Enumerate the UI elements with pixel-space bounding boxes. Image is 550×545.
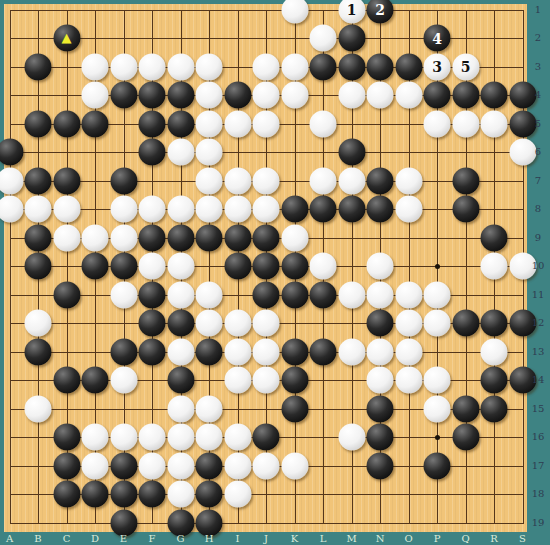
go-app: 12▲435 ABCDEFGHIJKLMNOPQRS12345678910111… <box>0 0 550 545</box>
black-stone-K8[interactable] <box>281 196 308 223</box>
white-stone-I7[interactable] <box>224 167 251 194</box>
black-stone-M3[interactable] <box>338 53 365 80</box>
black-stone-Q8[interactable] <box>452 196 479 223</box>
white-stone-J14[interactable] <box>253 367 280 394</box>
column-label-Q: Q <box>456 533 476 544</box>
white-stone-G13[interactable] <box>167 338 194 365</box>
white-stone-B12[interactable] <box>25 310 52 337</box>
white-stone-J8[interactable] <box>253 196 280 223</box>
white-stone-B8[interactable] <box>25 196 52 223</box>
black-stone-E18[interactable] <box>110 481 137 508</box>
black-stone-K13[interactable] <box>281 338 308 365</box>
row-label-13: 13 <box>529 346 547 357</box>
black-stone-O3[interactable] <box>395 53 422 80</box>
white-stone-J7[interactable] <box>253 167 280 194</box>
black-stone-N16[interactable] <box>367 424 394 451</box>
column-label-L: L <box>313 533 333 544</box>
white-stone-D16[interactable] <box>82 424 109 451</box>
column-label-C: C <box>57 533 77 544</box>
white-stone-L5[interactable] <box>310 110 337 137</box>
white-stone-H4[interactable] <box>196 82 223 109</box>
white-stone-Q3[interactable]: 5 <box>452 53 479 80</box>
black-stone-B9[interactable] <box>25 224 52 251</box>
black-stone-M6[interactable] <box>338 139 365 166</box>
white-stone-H8[interactable] <box>196 196 223 223</box>
black-stone-M2[interactable] <box>338 25 365 52</box>
row-label-19: 19 <box>529 517 547 528</box>
star-point <box>435 264 440 269</box>
black-stone-C2[interactable]: ▲ <box>53 25 80 52</box>
black-stone-C11[interactable] <box>53 281 80 308</box>
row-label-3: 3 <box>529 61 547 72</box>
black-stone-N3[interactable] <box>367 53 394 80</box>
black-stone-B5[interactable] <box>25 110 52 137</box>
black-stone-I10[interactable] <box>224 253 251 280</box>
row-label-16: 16 <box>529 431 547 442</box>
column-label-N: N <box>370 533 390 544</box>
black-stone-C16[interactable] <box>53 424 80 451</box>
black-stone-N1[interactable]: 2 <box>367 0 394 23</box>
black-stone-K11[interactable] <box>281 281 308 308</box>
black-stone-R15[interactable] <box>481 395 508 422</box>
white-stone-A8[interactable] <box>0 196 23 223</box>
white-stone-A7[interactable] <box>0 167 23 194</box>
white-stone-P14[interactable] <box>424 367 451 394</box>
black-stone-G14[interactable] <box>167 367 194 394</box>
column-label-I: I <box>228 533 248 544</box>
black-stone-F6[interactable] <box>139 139 166 166</box>
white-stone-J12[interactable] <box>253 310 280 337</box>
white-stone-G6[interactable] <box>167 139 194 166</box>
white-stone-J5[interactable] <box>253 110 280 137</box>
black-stone-C17[interactable] <box>53 452 80 479</box>
white-stone-K17[interactable] <box>281 452 308 479</box>
black-stone-L3[interactable] <box>310 53 337 80</box>
black-stone-H19[interactable] <box>196 509 223 536</box>
black-stone-Q12[interactable] <box>452 310 479 337</box>
black-stone-N17[interactable] <box>367 452 394 479</box>
black-stone-F12[interactable] <box>139 310 166 337</box>
black-stone-B7[interactable] <box>25 167 52 194</box>
black-stone-E13[interactable] <box>110 338 137 365</box>
white-stone-O4[interactable] <box>395 82 422 109</box>
black-stone-L13[interactable] <box>310 338 337 365</box>
white-stone-E14[interactable] <box>110 367 137 394</box>
white-stone-H15[interactable] <box>196 395 223 422</box>
black-stone-N15[interactable] <box>367 395 394 422</box>
move-number: 2 <box>375 3 385 17</box>
black-stone-J10[interactable] <box>253 253 280 280</box>
row-label-15: 15 <box>529 403 547 414</box>
white-stone-I13[interactable] <box>224 338 251 365</box>
black-stone-Q4[interactable] <box>452 82 479 109</box>
column-label-H: H <box>199 533 219 544</box>
white-stone-G10[interactable] <box>167 253 194 280</box>
white-stone-J4[interactable] <box>253 82 280 109</box>
move-number: 1 <box>347 3 357 17</box>
white-stone-E16[interactable] <box>110 424 137 451</box>
column-label-P: P <box>427 533 447 544</box>
black-stone-P4[interactable] <box>424 82 451 109</box>
column-label-E: E <box>114 533 134 544</box>
black-stone-D10[interactable] <box>82 253 109 280</box>
black-stone-F9[interactable] <box>139 224 166 251</box>
white-stone-J17[interactable] <box>253 452 280 479</box>
white-stone-G15[interactable] <box>167 395 194 422</box>
black-stone-G12[interactable] <box>167 310 194 337</box>
row-label-11: 11 <box>529 289 547 300</box>
white-stone-M7[interactable] <box>338 167 365 194</box>
white-stone-K1[interactable] <box>281 0 308 23</box>
white-stone-G11[interactable] <box>167 281 194 308</box>
white-stone-N14[interactable] <box>367 367 394 394</box>
row-label-10: 10 <box>529 260 547 271</box>
white-stone-I8[interactable] <box>224 196 251 223</box>
white-stone-C9[interactable] <box>53 224 80 251</box>
black-stone-D18[interactable] <box>82 481 109 508</box>
black-stone-I4[interactable] <box>224 82 251 109</box>
white-stone-Q5[interactable] <box>452 110 479 137</box>
white-stone-N4[interactable] <box>367 82 394 109</box>
black-stone-B10[interactable] <box>25 253 52 280</box>
black-stone-R9[interactable] <box>481 224 508 251</box>
star-point <box>435 435 440 440</box>
white-stone-K3[interactable] <box>281 53 308 80</box>
white-stone-G3[interactable] <box>167 53 194 80</box>
white-stone-P11[interactable] <box>424 281 451 308</box>
white-stone-D17[interactable] <box>82 452 109 479</box>
white-stone-G17[interactable] <box>167 452 194 479</box>
white-stone-K9[interactable] <box>281 224 308 251</box>
column-label-M: M <box>342 533 362 544</box>
move-number: 5 <box>461 60 471 74</box>
black-stone-A6[interactable] <box>0 139 23 166</box>
white-stone-I18[interactable] <box>224 481 251 508</box>
black-stone-J16[interactable] <box>253 424 280 451</box>
black-stone-J11[interactable] <box>253 281 280 308</box>
column-label-G: G <box>171 533 191 544</box>
white-stone-P5[interactable] <box>424 110 451 137</box>
white-stone-C8[interactable] <box>53 196 80 223</box>
black-stone-L11[interactable] <box>310 281 337 308</box>
black-stone-K14[interactable] <box>281 367 308 394</box>
row-label-5: 5 <box>529 118 547 129</box>
white-stone-O8[interactable] <box>395 196 422 223</box>
black-stone-B13[interactable] <box>25 338 52 365</box>
white-stone-O12[interactable] <box>395 310 422 337</box>
black-stone-R14[interactable] <box>481 367 508 394</box>
white-stone-F17[interactable] <box>139 452 166 479</box>
white-stone-L10[interactable] <box>310 253 337 280</box>
black-stone-G4[interactable] <box>167 82 194 109</box>
black-stone-P2[interactable]: 4 <box>424 25 451 52</box>
white-stone-H7[interactable] <box>196 167 223 194</box>
black-stone-F4[interactable] <box>139 82 166 109</box>
white-stone-M16[interactable] <box>338 424 365 451</box>
white-stone-E11[interactable] <box>110 281 137 308</box>
white-stone-G8[interactable] <box>167 196 194 223</box>
row-label-4: 4 <box>529 89 547 100</box>
black-stone-N8[interactable] <box>367 196 394 223</box>
column-label-K: K <box>285 533 305 544</box>
black-stone-R4[interactable] <box>481 82 508 109</box>
white-stone-M1[interactable]: 1 <box>338 0 365 23</box>
black-stone-D5[interactable] <box>82 110 109 137</box>
white-stone-M11[interactable] <box>338 281 365 308</box>
row-label-7: 7 <box>529 175 547 186</box>
row-label-1: 1 <box>529 4 547 15</box>
black-stone-R12[interactable] <box>481 310 508 337</box>
row-label-2: 2 <box>529 32 547 43</box>
row-label-6: 6 <box>529 146 547 157</box>
black-stone-N7[interactable] <box>367 167 394 194</box>
black-stone-E17[interactable] <box>110 452 137 479</box>
black-stone-H13[interactable] <box>196 338 223 365</box>
row-label-8: 8 <box>529 203 547 214</box>
white-stone-L2[interactable] <box>310 25 337 52</box>
grid-line-horizontal <box>10 523 524 524</box>
white-stone-P3[interactable]: 3 <box>424 53 451 80</box>
black-stone-M8[interactable] <box>338 196 365 223</box>
black-stone-I9[interactable] <box>224 224 251 251</box>
white-stone-K4[interactable] <box>281 82 308 109</box>
white-stone-O7[interactable] <box>395 167 422 194</box>
white-stone-H11[interactable] <box>196 281 223 308</box>
white-stone-B15[interactable] <box>25 395 52 422</box>
white-stone-D4[interactable] <box>82 82 109 109</box>
black-stone-G5[interactable] <box>167 110 194 137</box>
white-stone-H5[interactable] <box>196 110 223 137</box>
white-stone-O13[interactable] <box>395 338 422 365</box>
black-stone-J9[interactable] <box>253 224 280 251</box>
black-stone-F5[interactable] <box>139 110 166 137</box>
column-label-O: O <box>399 533 419 544</box>
row-label-14: 14 <box>529 374 547 385</box>
black-stone-F11[interactable] <box>139 281 166 308</box>
black-stone-Q15[interactable] <box>452 395 479 422</box>
white-stone-O14[interactable] <box>395 367 422 394</box>
column-label-D: D <box>85 533 105 544</box>
black-stone-G9[interactable] <box>167 224 194 251</box>
black-stone-C14[interactable] <box>53 367 80 394</box>
black-stone-K10[interactable] <box>281 253 308 280</box>
white-stone-F16[interactable] <box>139 424 166 451</box>
row-label-18: 18 <box>529 488 547 499</box>
row-label-12: 12 <box>529 317 547 328</box>
white-stone-I17[interactable] <box>224 452 251 479</box>
white-stone-N11[interactable] <box>367 281 394 308</box>
white-stone-E8[interactable] <box>110 196 137 223</box>
black-stone-B3[interactable] <box>25 53 52 80</box>
move-number: 4 <box>432 31 442 45</box>
column-label-S: S <box>513 533 533 544</box>
black-stone-E7[interactable] <box>110 167 137 194</box>
white-stone-F3[interactable] <box>139 53 166 80</box>
white-stone-R5[interactable] <box>481 110 508 137</box>
white-stone-I12[interactable] <box>224 310 251 337</box>
black-stone-H18[interactable] <box>196 481 223 508</box>
black-stone-D14[interactable] <box>82 367 109 394</box>
black-stone-L8[interactable] <box>310 196 337 223</box>
white-stone-F8[interactable] <box>139 196 166 223</box>
black-stone-H9[interactable] <box>196 224 223 251</box>
row-label-17: 17 <box>529 460 547 471</box>
black-stone-C5[interactable] <box>53 110 80 137</box>
white-stone-H6[interactable] <box>196 139 223 166</box>
white-stone-E9[interactable] <box>110 224 137 251</box>
white-stone-D3[interactable] <box>82 53 109 80</box>
column-label-A: A <box>0 533 20 544</box>
black-stone-C18[interactable] <box>53 481 80 508</box>
white-stone-I16[interactable] <box>224 424 251 451</box>
triangle-marker: ▲ <box>62 31 72 44</box>
white-stone-P15[interactable] <box>424 395 451 422</box>
black-stone-P17[interactable] <box>424 452 451 479</box>
white-stone-N10[interactable] <box>367 253 394 280</box>
white-stone-M13[interactable] <box>338 338 365 365</box>
white-stone-O11[interactable] <box>395 281 422 308</box>
white-stone-L7[interactable] <box>310 167 337 194</box>
white-stone-R13[interactable] <box>481 338 508 365</box>
black-stone-N12[interactable] <box>367 310 394 337</box>
white-stone-M4[interactable] <box>338 82 365 109</box>
black-stone-H17[interactable] <box>196 452 223 479</box>
white-stone-G18[interactable] <box>167 481 194 508</box>
black-stone-C7[interactable] <box>53 167 80 194</box>
white-stone-I14[interactable] <box>224 367 251 394</box>
black-stone-F13[interactable] <box>139 338 166 365</box>
black-stone-E19[interactable] <box>110 509 137 536</box>
white-stone-F10[interactable] <box>139 253 166 280</box>
row-label-9: 9 <box>529 232 547 243</box>
black-stone-Q7[interactable] <box>452 167 479 194</box>
column-label-F: F <box>142 533 162 544</box>
white-stone-R10[interactable] <box>481 253 508 280</box>
white-stone-H12[interactable] <box>196 310 223 337</box>
white-stone-H16[interactable] <box>196 424 223 451</box>
black-stone-E4[interactable] <box>110 82 137 109</box>
white-stone-J3[interactable] <box>253 53 280 80</box>
move-number: 3 <box>432 60 442 74</box>
go-board[interactable]: 12▲435 <box>4 4 527 532</box>
white-stone-D9[interactable] <box>82 224 109 251</box>
white-stone-E3[interactable] <box>110 53 137 80</box>
black-stone-Q16[interactable] <box>452 424 479 451</box>
column-label-B: B <box>28 533 48 544</box>
black-stone-F18[interactable] <box>139 481 166 508</box>
black-stone-G19[interactable] <box>167 509 194 536</box>
black-stone-K15[interactable] <box>281 395 308 422</box>
column-label-J: J <box>256 533 276 544</box>
white-stone-G16[interactable] <box>167 424 194 451</box>
white-stone-N13[interactable] <box>367 338 394 365</box>
white-stone-J13[interactable] <box>253 338 280 365</box>
white-stone-H3[interactable] <box>196 53 223 80</box>
white-stone-I5[interactable] <box>224 110 251 137</box>
column-label-R: R <box>484 533 504 544</box>
black-stone-E10[interactable] <box>110 253 137 280</box>
white-stone-P12[interactable] <box>424 310 451 337</box>
